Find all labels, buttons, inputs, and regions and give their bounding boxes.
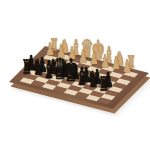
chess-set-photo: ♜♞♝♛♚♝♞♜♟♟♟♟♟♟♟♟♟♟♟♟♟♟♟♟♜♞♝♛♚♝♞♜ — [0, 0, 150, 150]
board-squares — [20, 51, 138, 104]
